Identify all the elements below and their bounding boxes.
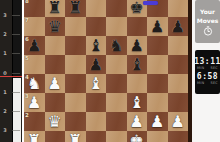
square-a8[interactable]: 8 xyxy=(24,0,45,17)
square-e6[interactable]: ♞ xyxy=(106,36,127,55)
your-moves-panel[interactable]: Your Moves xyxy=(195,0,220,43)
square-b5[interactable] xyxy=(45,55,66,74)
square-g7[interactable]: ♟ xyxy=(147,17,168,36)
square-e7[interactable] xyxy=(106,17,127,36)
eval-bar-tickmark-5 xyxy=(12,111,20,112)
square-f2[interactable]: ♟ xyxy=(127,112,148,131)
eval-bar-tickmark-0 xyxy=(12,15,20,16)
square-h1[interactable] xyxy=(168,131,189,142)
piece-black-b-d6[interactable]: ♝ xyxy=(86,36,107,55)
eval-bar-tickmark-3 xyxy=(12,73,20,74)
piece-white-b-f3[interactable]: ♝ xyxy=(127,93,148,112)
square-g1[interactable] xyxy=(147,131,168,142)
square-g6[interactable] xyxy=(147,36,168,55)
square-a2[interactable]: 2 xyxy=(24,112,45,131)
square-a5[interactable]: 5 xyxy=(24,55,45,74)
eval-bar-tickmark-6 xyxy=(12,130,20,131)
square-d7[interactable] xyxy=(86,17,107,36)
square-a1[interactable]: ♜ xyxy=(24,131,45,142)
eval-tick-2: 1 xyxy=(0,50,10,56)
rank-label-2: 2 xyxy=(25,112,29,118)
piece-white-p-f2[interactable]: ♟ xyxy=(127,112,148,131)
clock-top-sec-label: sec xyxy=(211,66,218,70)
square-e8[interactable] xyxy=(106,0,127,17)
piece-black-r-c8[interactable]: ♜ xyxy=(65,0,86,17)
eval-tick-5: 2 xyxy=(0,108,10,114)
square-c1[interactable]: ♜ xyxy=(65,131,86,142)
square-h8[interactable] xyxy=(168,0,189,17)
square-e3[interactable] xyxy=(106,93,127,112)
square-b1[interactable] xyxy=(45,131,66,142)
chess-board[interactable]: 8♜♜♚7♛♟♟6♟♝♞♟5♟♝4♞♟♝3♟♝2♛♟♟♟♜♜♚ xyxy=(24,0,188,142)
clock-top-min-label: min xyxy=(197,66,204,70)
square-d3[interactable] xyxy=(86,93,107,112)
piece-black-p-f6[interactable]: ♟ xyxy=(127,36,148,55)
square-d6[interactable]: ♝ xyxy=(86,36,107,55)
square-e1[interactable] xyxy=(106,131,127,142)
eval-bar-tickmark-2 xyxy=(12,53,20,54)
piece-white-k-f1[interactable]: ♚ xyxy=(127,131,148,142)
piece-white-p-a3[interactable]: ♟ xyxy=(24,93,45,112)
square-e5[interactable] xyxy=(106,55,127,74)
square-g4[interactable] xyxy=(147,74,168,93)
square-c8[interactable]: ♜ xyxy=(65,0,86,17)
square-f4[interactable] xyxy=(127,74,148,93)
square-f5[interactable]: ♝ xyxy=(127,55,148,74)
square-a3[interactable]: 3♟ xyxy=(24,93,45,112)
clock-top-time: 13:11 xyxy=(194,57,220,66)
eval-tick-4: 1 xyxy=(0,89,10,95)
piece-white-r-a1[interactable]: ♜ xyxy=(24,131,45,142)
piece-white-p-h2[interactable]: ♟ xyxy=(168,112,189,131)
square-a6[interactable]: 6♟ xyxy=(24,36,45,55)
square-d5[interactable]: ♟ xyxy=(86,55,107,74)
square-b2[interactable]: ♛ xyxy=(45,112,66,131)
piece-black-b-f5[interactable]: ♝ xyxy=(127,55,148,74)
eval-bar xyxy=(12,0,21,142)
square-c7[interactable] xyxy=(65,17,86,36)
eval-bar-tickmark-4 xyxy=(12,92,20,93)
square-b3[interactable] xyxy=(45,93,66,112)
piece-white-p-b4[interactable]: ♟ xyxy=(45,74,66,93)
square-h7[interactable]: ♟ xyxy=(168,17,189,36)
square-b4[interactable]: ♟ xyxy=(45,74,66,93)
piece-white-n-a4[interactable]: ♞ xyxy=(24,74,45,93)
square-b8[interactable]: ♜ xyxy=(45,0,66,17)
eval-zero-marker xyxy=(0,76,22,77)
eval-gauge-panel: 3210123 xyxy=(0,0,22,142)
square-b6[interactable] xyxy=(45,36,66,55)
square-g2[interactable]: ♟ xyxy=(147,112,168,131)
piece-black-p-a6[interactable]: ♟ xyxy=(24,36,45,55)
piece-black-p-g7[interactable]: ♟ xyxy=(147,17,168,36)
piece-white-b-d4[interactable]: ♝ xyxy=(86,74,107,93)
square-b7[interactable]: ♛ xyxy=(45,17,66,36)
square-f7[interactable] xyxy=(127,17,148,36)
eval-tick-6: 3 xyxy=(0,127,10,133)
clock-top-units: min sec xyxy=(197,66,218,70)
piece-white-q-b2[interactable]: ♛ xyxy=(45,112,66,131)
clock-bottom-sec-label: sec xyxy=(211,81,218,85)
piece-white-p-g2[interactable]: ♟ xyxy=(147,112,168,131)
clock-panel: 13:11 min sec 6:58 min sec xyxy=(195,50,220,94)
square-c6[interactable] xyxy=(65,36,86,55)
clock-bottom-units: min sec xyxy=(197,81,218,85)
square-e2[interactable] xyxy=(106,112,127,131)
square-c3[interactable] xyxy=(65,93,86,112)
square-c4[interactable] xyxy=(65,74,86,93)
square-a4[interactable]: 4♞ xyxy=(24,74,45,93)
piece-black-p-h7[interactable]: ♟ xyxy=(168,17,189,36)
square-d2[interactable] xyxy=(86,112,107,131)
timer-icon xyxy=(203,26,213,36)
square-c2[interactable] xyxy=(65,112,86,131)
piece-black-n-e6[interactable]: ♞ xyxy=(106,36,127,55)
eval-bar-white-portion xyxy=(13,78,21,142)
chess-app-window: 3210123 8♜♜♚7♛♟♟6♟♝♞♟5♟♝4♞♟♝3♟♝2♛♟♟♟♜♜♚ … xyxy=(0,0,220,142)
square-e4[interactable] xyxy=(106,74,127,93)
piece-white-r-c1[interactable]: ♜ xyxy=(65,131,86,142)
your-moves-label-line1: Your xyxy=(200,8,215,15)
square-f3[interactable]: ♝ xyxy=(127,93,148,112)
piece-black-p-d5[interactable]: ♟ xyxy=(86,55,107,74)
square-h3[interactable] xyxy=(168,93,189,112)
sidebar: Your Moves 13:11 min sec 6:58 min sec xyxy=(192,0,220,142)
clock-bottom-time: 6:58 xyxy=(197,72,218,81)
move-arrow-annotation xyxy=(143,1,158,5)
square-a7[interactable]: 7 xyxy=(24,17,45,36)
clock-bottom-min-label: min xyxy=(197,81,204,85)
square-g3[interactable] xyxy=(147,93,168,112)
square-f1[interactable]: ♚ xyxy=(127,131,148,142)
square-d4[interactable]: ♝ xyxy=(86,74,107,93)
piece-black-r-b8[interactable]: ♜ xyxy=(45,0,66,17)
square-h6[interactable] xyxy=(168,36,189,55)
rank-label-8: 8 xyxy=(25,0,29,4)
eval-tick-1: 2 xyxy=(0,31,10,37)
rank-label-7: 7 xyxy=(25,17,29,23)
square-h2[interactable]: ♟ xyxy=(168,112,189,131)
square-d1[interactable] xyxy=(86,131,107,142)
square-c5[interactable] xyxy=(65,55,86,74)
square-h5[interactable] xyxy=(168,55,189,74)
square-d8[interactable] xyxy=(86,0,107,17)
square-f6[interactable]: ♟ xyxy=(127,36,148,55)
square-h4[interactable] xyxy=(168,74,189,93)
eval-tick-0: 3 xyxy=(0,12,10,18)
your-moves-label-line2: Moves xyxy=(197,17,219,24)
piece-black-q-b7[interactable]: ♛ xyxy=(45,17,66,36)
rank-label-5: 5 xyxy=(25,55,29,61)
square-g5[interactable] xyxy=(147,55,168,74)
eval-bar-tickmark-1 xyxy=(12,34,20,35)
